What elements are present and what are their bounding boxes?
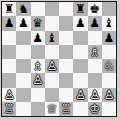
black-pawn-piece[interactable]: ♟ <box>18 17 29 29</box>
black-pawn-piece[interactable]: ♟ <box>32 31 43 43</box>
square-h3[interactable] <box>102 73 116 87</box>
square-e6[interactable] <box>59 31 73 45</box>
square-c1[interactable] <box>31 102 45 116</box>
black-pawn-piece[interactable]: ♟ <box>75 17 86 29</box>
white-bishop-piece[interactable]: ♗ <box>89 45 100 57</box>
square-f5[interactable] <box>73 45 87 59</box>
black-pawn-piece[interactable]: ♟ <box>103 31 114 43</box>
square-g6[interactable] <box>88 31 102 45</box>
square-a5[interactable] <box>2 45 16 59</box>
black-queen-piece[interactable]: ♛ <box>32 17 43 29</box>
square-e7[interactable] <box>59 16 73 30</box>
square-g4[interactable] <box>88 59 102 73</box>
white-king-piece[interactable]: ♔ <box>89 102 100 114</box>
black-pawn-piece[interactable]: ♟ <box>4 17 15 29</box>
square-d7[interactable] <box>45 16 59 30</box>
square-g2[interactable]: ♙ <box>88 88 102 102</box>
square-c2[interactable] <box>31 88 45 102</box>
square-c5[interactable] <box>31 45 45 59</box>
square-e8[interactable] <box>59 2 73 16</box>
square-e2[interactable] <box>59 88 73 102</box>
square-b8[interactable]: ♞ <box>16 2 30 16</box>
square-g5[interactable]: ♗ <box>88 45 102 59</box>
square-b4[interactable] <box>16 59 30 73</box>
square-f8[interactable]: ♜ <box>73 2 87 16</box>
white-pawn-piece[interactable]: ♙ <box>75 88 86 100</box>
square-h7[interactable]: ♝ <box>102 16 116 30</box>
square-h6[interactable]: ♟ <box>102 31 116 45</box>
white-pawn-piece[interactable]: ♙ <box>103 88 114 100</box>
square-f1[interactable] <box>73 102 87 116</box>
square-h5[interactable] <box>102 45 116 59</box>
white-pawn-piece[interactable]: ♙ <box>46 60 57 72</box>
square-b7[interactable]: ♟ <box>16 16 30 30</box>
chessboard-frame: ♜♞♜♚♟♟♛♟♟♝♟♝♟♗♗♙♘♙♙♙♙♙♖♕♖♔ <box>1 1 117 117</box>
square-d6[interactable]: ♝ <box>45 31 59 45</box>
square-f4[interactable] <box>73 59 87 73</box>
white-bishop-piece[interactable]: ♗ <box>32 60 43 72</box>
white-rook-piece[interactable]: ♖ <box>4 102 15 114</box>
white-pawn-piece[interactable]: ♙ <box>89 88 100 100</box>
square-g1[interactable]: ♔ <box>88 102 102 116</box>
square-f7[interactable]: ♟ <box>73 16 87 30</box>
square-a6[interactable] <box>2 31 16 45</box>
square-h8[interactable] <box>102 2 116 16</box>
square-b2[interactable] <box>16 88 30 102</box>
square-g3[interactable] <box>88 73 102 87</box>
square-d4[interactable]: ♙ <box>45 59 59 73</box>
square-e4[interactable] <box>59 59 73 73</box>
black-knight-piece[interactable]: ♞ <box>18 3 29 15</box>
square-d3[interactable] <box>45 73 59 87</box>
square-f6[interactable] <box>73 31 87 45</box>
square-e1[interactable]: ♖ <box>59 102 73 116</box>
black-bishop-piece[interactable]: ♝ <box>103 17 114 29</box>
square-c8[interactable] <box>31 2 45 16</box>
square-b1[interactable] <box>16 102 30 116</box>
white-pawn-piece[interactable]: ♙ <box>4 88 15 100</box>
black-bishop-piece[interactable]: ♝ <box>46 31 57 43</box>
square-g7[interactable]: ♟ <box>88 16 102 30</box>
square-d2[interactable] <box>45 88 59 102</box>
white-knight-piece[interactable]: ♘ <box>103 60 114 72</box>
chessboard: ♜♞♜♚♟♟♛♟♟♝♟♝♟♗♗♙♘♙♙♙♙♙♖♕♖♔ <box>2 2 116 116</box>
square-a8[interactable]: ♜ <box>2 2 16 16</box>
black-king-piece[interactable]: ♚ <box>89 3 100 15</box>
square-a2[interactable]: ♙ <box>2 88 16 102</box>
square-b5[interactable] <box>16 45 30 59</box>
square-f2[interactable]: ♙ <box>73 88 87 102</box>
white-pawn-piece[interactable]: ♙ <box>32 74 43 86</box>
white-rook-piece[interactable]: ♖ <box>61 102 72 114</box>
square-g8[interactable]: ♚ <box>88 2 102 16</box>
square-b6[interactable] <box>16 31 30 45</box>
square-d1[interactable]: ♕ <box>45 102 59 116</box>
square-a3[interactable] <box>2 73 16 87</box>
square-c6[interactable]: ♟ <box>31 31 45 45</box>
square-a4[interactable] <box>2 59 16 73</box>
square-c3[interactable]: ♙ <box>31 73 45 87</box>
square-h2[interactable]: ♙ <box>102 88 116 102</box>
square-b3[interactable] <box>16 73 30 87</box>
square-f3[interactable] <box>73 73 87 87</box>
black-pawn-piece[interactable]: ♟ <box>89 17 100 29</box>
square-d5[interactable] <box>45 45 59 59</box>
square-c4[interactable]: ♗ <box>31 59 45 73</box>
square-c7[interactable]: ♛ <box>31 16 45 30</box>
square-h1[interactable] <box>102 102 116 116</box>
square-a1[interactable]: ♖ <box>2 102 16 116</box>
square-d8[interactable] <box>45 2 59 16</box>
square-h4[interactable]: ♘ <box>102 59 116 73</box>
white-queen-piece[interactable]: ♕ <box>46 102 57 114</box>
square-e5[interactable] <box>59 45 73 59</box>
black-rook-piece[interactable]: ♜ <box>75 3 86 15</box>
square-e3[interactable] <box>59 73 73 87</box>
square-a7[interactable]: ♟ <box>2 16 16 30</box>
black-rook-piece[interactable]: ♜ <box>4 3 15 15</box>
